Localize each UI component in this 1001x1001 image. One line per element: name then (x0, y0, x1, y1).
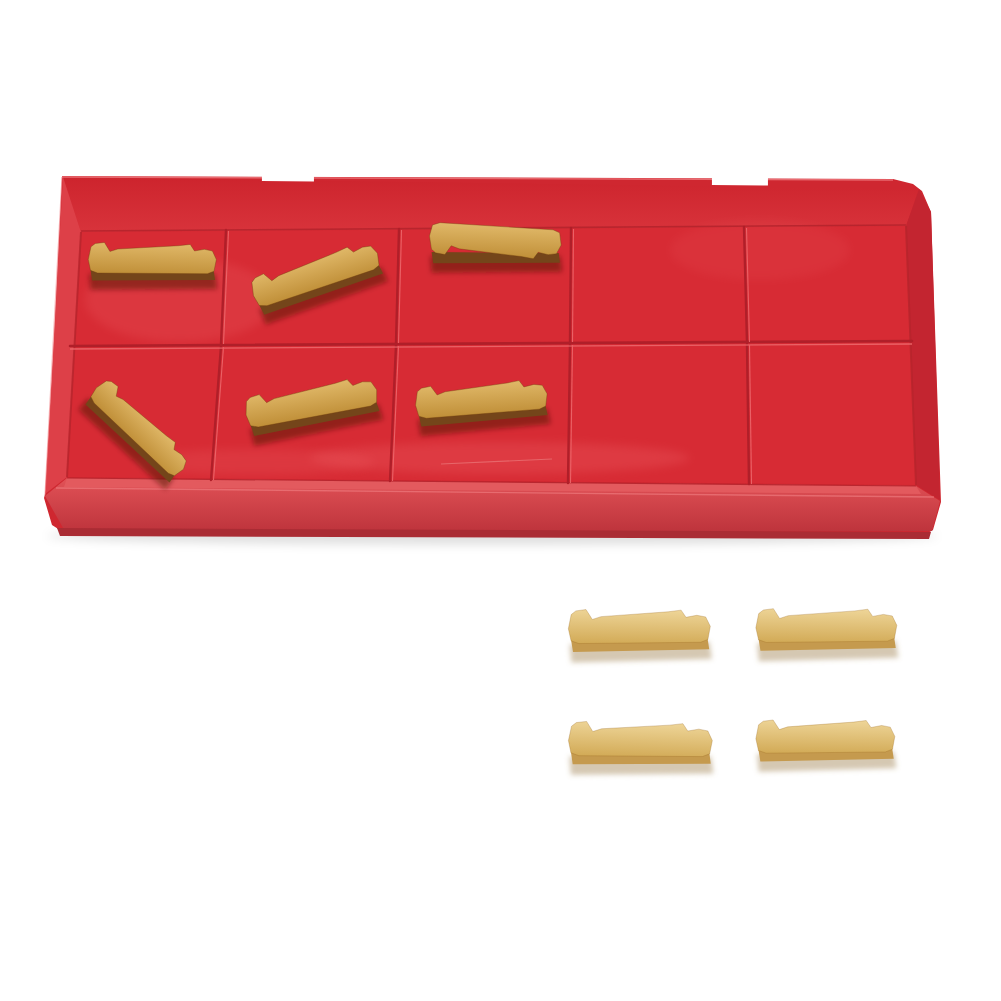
insert-loose-1 (568, 608, 713, 665)
divider-vertical-3-top (570, 228, 571, 342)
mold-notch (262, 171, 314, 181)
mold-notch (712, 175, 768, 185)
insert-top-face (756, 607, 897, 644)
insert-top-face (756, 719, 895, 756)
product-photo (0, 0, 1001, 1001)
insert-top-face (568, 608, 710, 646)
insert-loose-4 (755, 719, 897, 775)
insert-top-face (568, 720, 713, 761)
insert-tray-r1c3 (428, 222, 564, 277)
loose-inserts (567, 607, 899, 779)
insert-loose-3 (567, 720, 715, 780)
insert-loose-2 (755, 607, 899, 663)
